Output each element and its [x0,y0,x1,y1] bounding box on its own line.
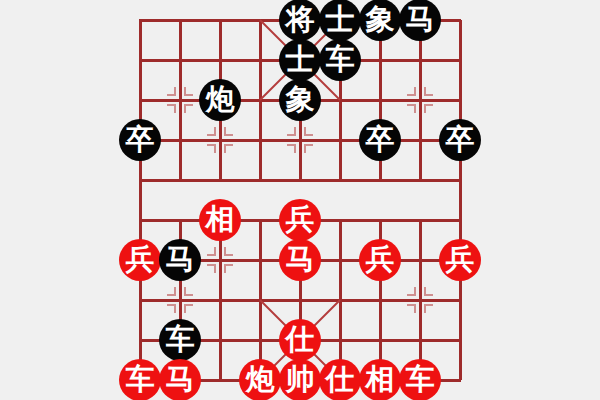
red-pawn-piece[interactable]: 兵 [119,239,161,281]
red-pawn-piece[interactable]: 兵 [279,199,321,241]
point-marker [425,87,433,95]
point-marker [185,287,193,295]
black-pawn-piece[interactable]: 卒 [119,119,161,161]
point-marker [207,265,215,273]
red-elephant-piece[interactable]: 相 [359,359,401,400]
point-marker [407,305,415,313]
point-marker [185,305,193,313]
black-pawn-piece[interactable]: 卒 [359,119,401,161]
piece-glyph: 象 [366,5,395,34]
point-marker [167,105,175,113]
point-marker [225,145,233,153]
point-marker [407,87,415,95]
point-marker [287,127,295,135]
red-chariot-piece[interactable]: 车 [399,359,441,400]
piece-glyph: 相 [206,205,235,234]
red-advisor-piece[interactable]: 仕 [279,319,321,361]
point-marker [207,127,215,135]
piece-glyph: 马 [166,245,195,274]
red-pawn-piece[interactable]: 兵 [439,239,481,281]
black-cannon-piece[interactable]: 炮 [199,79,241,121]
piece-glyph: 帅 [286,365,315,394]
point-marker [185,87,193,95]
red-cannon-piece[interactable]: 炮 [239,359,281,400]
black-horse-piece[interactable]: 马 [159,239,201,281]
point-marker [425,287,433,295]
red-chariot-piece[interactable]: 车 [119,359,161,400]
piece-glyph: 卒 [446,125,475,154]
black-advisor-piece[interactable]: 士 [279,39,321,81]
black-general-piece[interactable]: 将 [279,0,321,41]
black-advisor-piece[interactable]: 士 [319,0,361,41]
red-general-piece[interactable]: 帅 [279,359,321,400]
piece-glyph: 车 [126,365,155,394]
piece-glyph: 士 [326,5,355,34]
black-chariot-piece[interactable]: 车 [319,39,361,81]
piece-glyph: 象 [286,85,315,114]
piece-glyph: 马 [286,245,315,274]
xiangqi-screenshot: 将士象马士车炮象卒卒卒相兵兵马马兵兵车仕车马炮帅仕相车 [0,0,600,400]
piece-glyph: 仕 [326,365,355,394]
piece-glyph: 车 [406,365,435,394]
piece-glyph: 将 [286,5,315,34]
piece-glyph: 马 [166,365,195,394]
piece-glyph: 兵 [366,245,395,274]
black-pawn-piece[interactable]: 卒 [439,119,481,161]
point-marker [167,287,175,295]
point-marker [407,287,415,295]
piece-glyph: 兵 [446,245,475,274]
red-elephant-piece[interactable]: 相 [199,199,241,241]
piece-glyph: 炮 [206,85,235,114]
piece-glyph: 仕 [286,325,315,354]
xiangqi-board[interactable]: 将士象马士车炮象卒卒卒相兵兵马马兵兵车仕车马炮帅仕相车 [0,0,600,400]
point-marker [225,265,233,273]
point-marker [207,145,215,153]
point-marker [425,305,433,313]
black-elephant-piece[interactable]: 象 [359,0,401,41]
point-marker [305,127,313,135]
red-pawn-piece[interactable]: 兵 [359,239,401,281]
point-marker [287,145,295,153]
point-marker [167,87,175,95]
piece-glyph: 马 [406,5,435,34]
point-marker [425,105,433,113]
black-elephant-piece[interactable]: 象 [279,79,321,121]
piece-glyph: 兵 [286,205,315,234]
point-marker [225,247,233,255]
piece-glyph: 车 [326,45,355,74]
point-marker [207,247,215,255]
red-horse-piece[interactable]: 马 [159,359,201,400]
piece-glyph: 炮 [246,365,275,394]
point-marker [225,127,233,135]
piece-glyph: 士 [286,45,315,74]
point-marker [167,305,175,313]
black-chariot-piece[interactable]: 车 [159,319,201,361]
piece-glyph: 卒 [366,125,395,154]
point-marker [185,105,193,113]
red-horse-piece[interactable]: 马 [279,239,321,281]
red-advisor-piece[interactable]: 仕 [319,359,361,400]
piece-glyph: 车 [166,325,195,354]
piece-glyph: 卒 [126,125,155,154]
piece-glyph: 相 [366,365,395,394]
point-marker [305,145,313,153]
point-marker [407,105,415,113]
piece-glyph: 兵 [126,245,155,274]
black-horse-piece[interactable]: 马 [399,0,441,41]
